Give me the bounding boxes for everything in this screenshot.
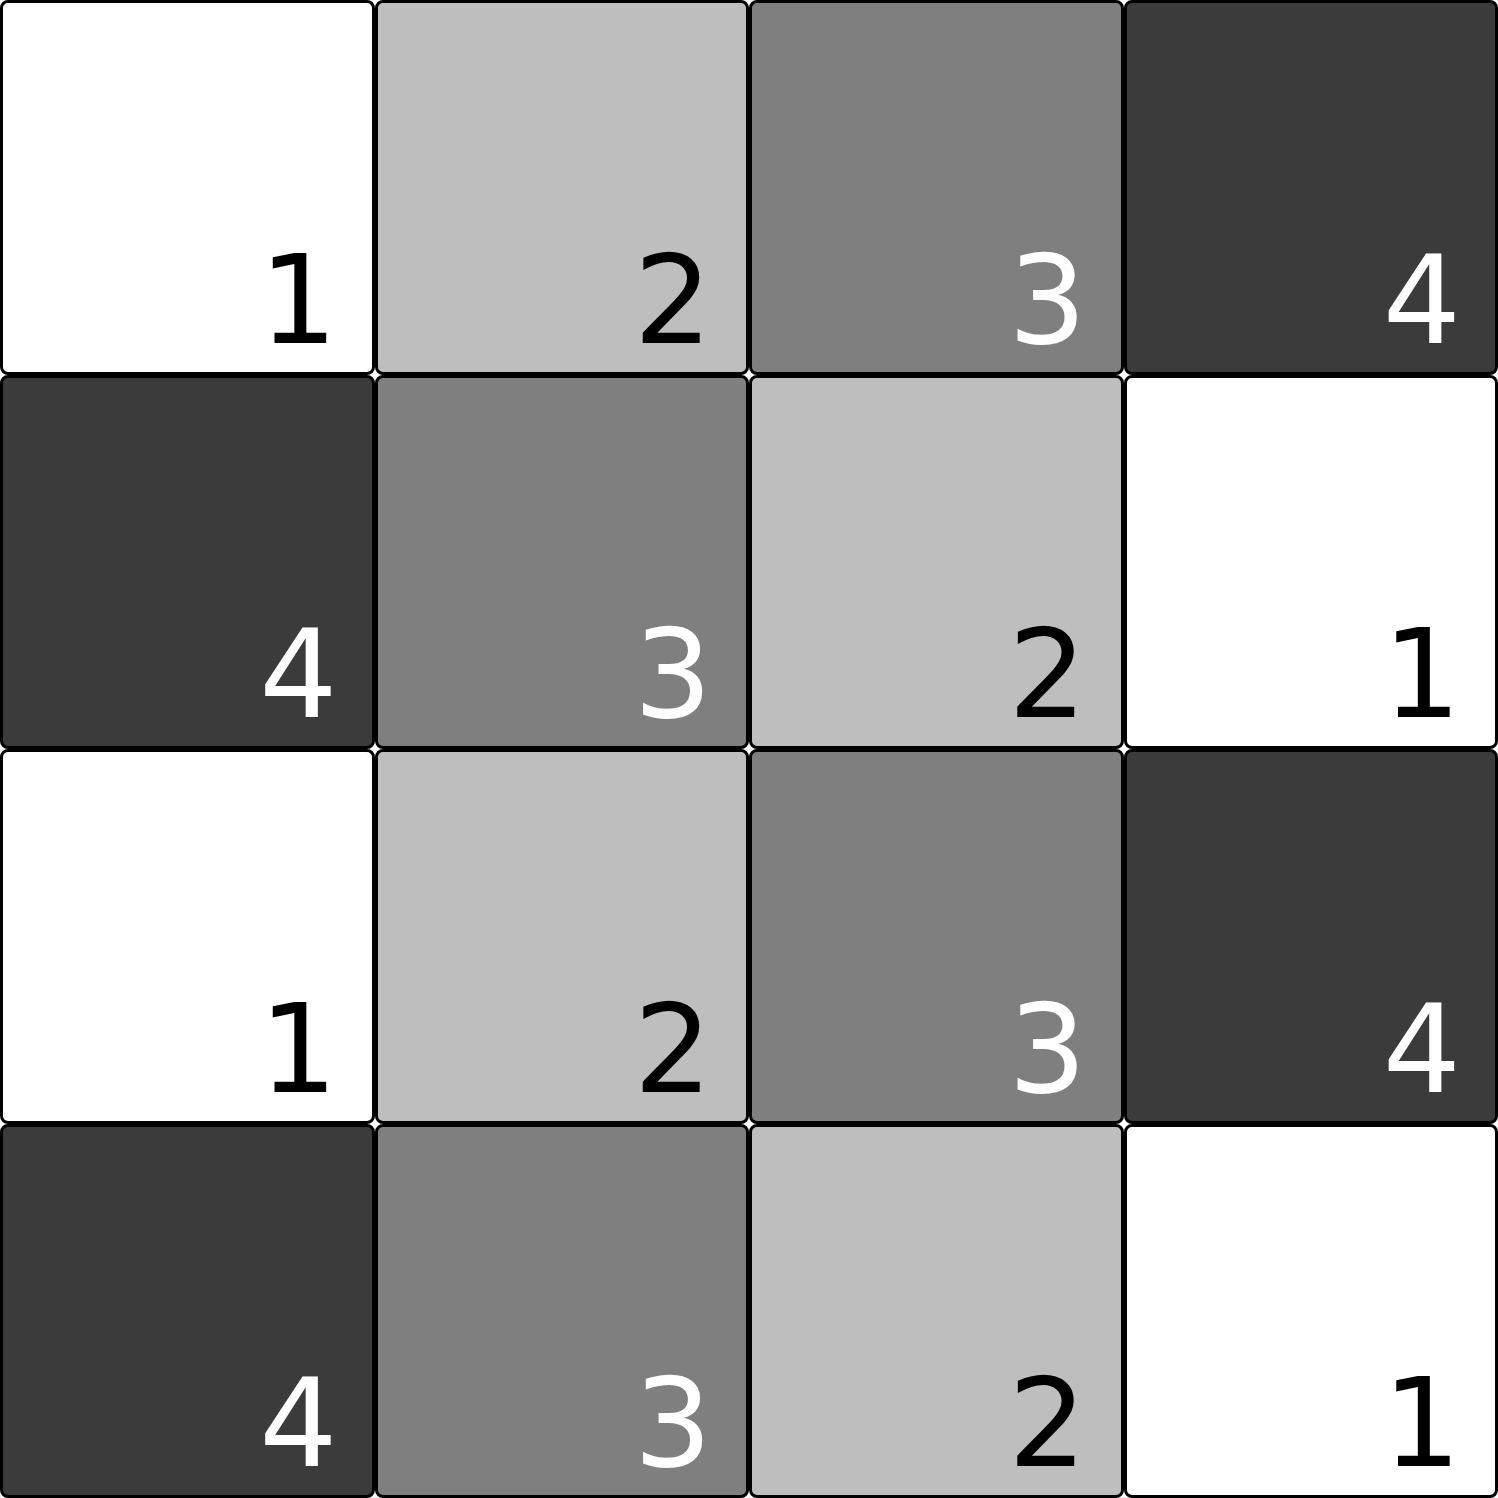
cell-r3c2[interactable]: 2 bbox=[749, 1124, 1124, 1498]
cell-value: 3 bbox=[634, 613, 712, 736]
cell-r1c2[interactable]: 2 bbox=[749, 375, 1124, 750]
cell-value: 2 bbox=[634, 988, 712, 1111]
puzzle-board: 1 2 3 4 4 3 2 1 1 2 3 4 4 3 2 1 bbox=[0, 0, 1498, 1498]
cell-r2c2[interactable]: 3 bbox=[749, 749, 1124, 1124]
cell-r3c0[interactable]: 4 bbox=[0, 1124, 375, 1498]
cell-r1c3[interactable]: 1 bbox=[1124, 375, 1498, 750]
cell-r2c1[interactable]: 2 bbox=[375, 749, 750, 1124]
cell-value: 3 bbox=[634, 1362, 712, 1485]
cell-r2c3[interactable]: 4 bbox=[1124, 749, 1498, 1124]
cell-value: 1 bbox=[1383, 1362, 1461, 1485]
cell-value: 2 bbox=[1008, 613, 1086, 736]
cell-value: 4 bbox=[259, 1362, 337, 1485]
cell-value: 4 bbox=[1383, 988, 1461, 1111]
cell-r3c3[interactable]: 1 bbox=[1124, 1124, 1498, 1498]
cell-r1c1[interactable]: 3 bbox=[375, 375, 750, 750]
cell-r0c0[interactable]: 1 bbox=[0, 0, 375, 375]
cell-r1c0[interactable]: 4 bbox=[0, 375, 375, 750]
cell-value: 3 bbox=[1008, 988, 1086, 1111]
cell-value: 4 bbox=[259, 613, 337, 736]
cell-r3c1[interactable]: 3 bbox=[375, 1124, 750, 1498]
cell-value: 3 bbox=[1008, 239, 1086, 362]
cell-value: 1 bbox=[259, 988, 337, 1111]
cell-r2c0[interactable]: 1 bbox=[0, 749, 375, 1124]
cell-value: 1 bbox=[259, 239, 337, 362]
cell-r0c3[interactable]: 4 bbox=[1124, 0, 1498, 375]
cell-value: 2 bbox=[1008, 1362, 1086, 1485]
cell-value: 2 bbox=[634, 239, 712, 362]
cell-value: 4 bbox=[1383, 239, 1461, 362]
cell-value: 1 bbox=[1383, 613, 1461, 736]
cell-r0c2[interactable]: 3 bbox=[749, 0, 1124, 375]
cell-r0c1[interactable]: 2 bbox=[375, 0, 750, 375]
